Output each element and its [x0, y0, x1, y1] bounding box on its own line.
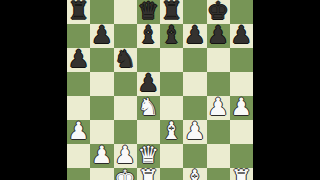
square-a6[interactable]: ♟ [67, 48, 90, 72]
piece-black-pawn[interactable]: ♟ [91, 23, 113, 47]
square-f3[interactable]: ♟ [183, 120, 206, 144]
piece-white-queen[interactable]: ♛ [138, 143, 160, 167]
square-g7[interactable]: ♟ [207, 24, 230, 48]
square-h4[interactable]: ♟ [230, 96, 253, 120]
square-g1[interactable] [207, 168, 230, 180]
square-f5[interactable] [183, 72, 206, 96]
piece-black-pawn[interactable]: ♟ [184, 23, 206, 47]
square-c8[interactable] [114, 0, 137, 24]
square-h6[interactable] [230, 48, 253, 72]
piece-black-queen[interactable]: ♛ [138, 0, 160, 23]
square-h7[interactable]: ♟ [230, 24, 253, 48]
piece-white-bishop[interactable]: ♝ [184, 167, 206, 180]
square-f1[interactable]: ♝ [183, 168, 206, 180]
piece-black-pawn[interactable]: ♟ [231, 23, 253, 47]
square-e3[interactable]: ♝ [160, 120, 183, 144]
square-a1[interactable] [67, 168, 90, 180]
square-a8[interactable]: ♜ [67, 0, 90, 24]
square-b2[interactable]: ♟ [90, 144, 113, 168]
square-h1[interactable]: ♜ [230, 168, 253, 180]
square-b1[interactable] [90, 168, 113, 180]
square-h3[interactable] [230, 120, 253, 144]
square-g4[interactable]: ♟ [207, 96, 230, 120]
piece-black-pawn[interactable]: ♟ [207, 23, 229, 47]
piece-black-bishop[interactable]: ♝ [138, 23, 160, 47]
piece-black-king[interactable]: ♚ [207, 0, 229, 23]
square-d7[interactable]: ♝ [137, 24, 160, 48]
square-f6[interactable] [183, 48, 206, 72]
left-letterbox [0, 0, 67, 180]
right-letterbox [253, 0, 320, 180]
square-g3[interactable] [207, 120, 230, 144]
piece-white-pawn[interactable]: ♟ [184, 119, 206, 143]
piece-white-pawn[interactable]: ♟ [207, 95, 229, 119]
piece-white-bishop[interactable]: ♝ [161, 119, 183, 143]
piece-black-pawn[interactable]: ♟ [68, 47, 90, 71]
square-a5[interactable] [67, 72, 90, 96]
square-c6[interactable]: ♞ [114, 48, 137, 72]
piece-white-knight[interactable]: ♞ [138, 95, 160, 119]
chess-board: ♜♛♜♚♟♝♝♟♟♟♟♞♟♞♟♟♟♝♟♟♟♛♚♜♝♜ [67, 0, 253, 180]
square-f7[interactable]: ♟ [183, 24, 206, 48]
square-d1[interactable]: ♜ [137, 168, 160, 180]
square-c5[interactable] [114, 72, 137, 96]
piece-white-rook[interactable]: ♜ [138, 167, 160, 180]
square-a3[interactable]: ♟ [67, 120, 90, 144]
piece-white-rook[interactable]: ♜ [231, 167, 253, 180]
piece-black-bishop[interactable]: ♝ [161, 23, 183, 47]
square-d4[interactable]: ♞ [137, 96, 160, 120]
square-e2[interactable] [160, 144, 183, 168]
piece-black-rook[interactable]: ♜ [68, 0, 90, 23]
square-b4[interactable] [90, 96, 113, 120]
piece-white-pawn[interactable]: ♟ [231, 95, 253, 119]
piece-white-king[interactable]: ♚ [114, 167, 136, 180]
square-e1[interactable] [160, 168, 183, 180]
square-g6[interactable] [207, 48, 230, 72]
square-b7[interactable]: ♟ [90, 24, 113, 48]
square-c1[interactable]: ♚ [114, 168, 137, 180]
piece-black-knight[interactable]: ♞ [114, 47, 136, 71]
square-a2[interactable] [67, 144, 90, 168]
piece-black-pawn[interactable]: ♟ [138, 71, 160, 95]
piece-white-pawn[interactable]: ♟ [68, 119, 90, 143]
piece-black-rook[interactable]: ♜ [161, 0, 183, 23]
square-e6[interactable] [160, 48, 183, 72]
square-c4[interactable] [114, 96, 137, 120]
square-b5[interactable] [90, 72, 113, 96]
square-e5[interactable] [160, 72, 183, 96]
square-g2[interactable] [207, 144, 230, 168]
piece-white-pawn[interactable]: ♟ [114, 143, 136, 167]
square-e7[interactable]: ♝ [160, 24, 183, 48]
piece-white-pawn[interactable]: ♟ [91, 143, 113, 167]
square-b6[interactable] [90, 48, 113, 72]
